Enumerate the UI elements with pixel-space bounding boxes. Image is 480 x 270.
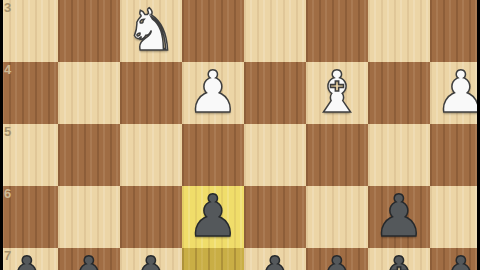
square-d5[interactable] [244, 124, 306, 186]
square-c3[interactable] [306, 0, 368, 62]
square-c4[interactable]: ♝ [306, 62, 368, 124]
piece-black-pawn-b6[interactable]: ♟ [368, 186, 430, 248]
piece-black-pawn-e6[interactable]: ♟ [182, 186, 244, 248]
square-e3[interactable] [182, 0, 244, 62]
square-b4[interactable] [368, 62, 430, 124]
square-a4[interactable]: ♟ [430, 62, 480, 124]
square-d3[interactable] [244, 0, 306, 62]
square-d6[interactable] [244, 186, 306, 248]
square-e6[interactable]: ♟ [182, 186, 244, 248]
square-h6[interactable]: 6 [0, 186, 58, 248]
piece-white-pawn-a4[interactable]: ♟ [430, 62, 480, 124]
piece-white-bishop-c4[interactable]: ♝ [306, 62, 368, 124]
piece-black-pawn-c7[interactable]: ♟ [306, 248, 368, 270]
square-g5[interactable] [58, 124, 120, 186]
piece-black-bishop-b7[interactable]: ♝ [368, 248, 430, 270]
square-b7[interactable]: ♝ [368, 248, 430, 270]
square-c5[interactable] [306, 124, 368, 186]
square-b3[interactable] [368, 0, 430, 62]
square-h5[interactable]: 5 [0, 124, 58, 186]
square-f5[interactable] [120, 124, 182, 186]
square-a7[interactable]: ♟ [430, 248, 480, 270]
square-g6[interactable] [58, 186, 120, 248]
square-h3[interactable]: 3 [0, 0, 58, 62]
square-d4[interactable] [244, 62, 306, 124]
square-e4[interactable]: ♟ [182, 62, 244, 124]
piece-black-pawn-h7[interactable]: ♟ [0, 248, 58, 270]
square-h7[interactable]: 7♟ [0, 248, 58, 270]
square-f6[interactable] [120, 186, 182, 248]
square-b6[interactable]: ♟ [368, 186, 430, 248]
square-d7[interactable]: ♟ [244, 248, 306, 270]
square-f7[interactable]: ♟ [120, 248, 182, 270]
square-c7[interactable]: ♟ [306, 248, 368, 270]
square-e7[interactable] [182, 248, 244, 270]
square-a6[interactable] [430, 186, 480, 248]
square-c6[interactable] [306, 186, 368, 248]
square-g3[interactable] [58, 0, 120, 62]
square-a3[interactable] [430, 0, 480, 62]
piece-black-pawn-d7[interactable]: ♟ [244, 248, 306, 270]
square-g4[interactable] [58, 62, 120, 124]
letterbox-bar-left [0, 0, 3, 270]
piece-black-pawn-g7[interactable]: ♟ [58, 248, 120, 270]
square-f3[interactable]: ♞ [120, 0, 182, 62]
square-e5[interactable] [182, 124, 244, 186]
square-b5[interactable] [368, 124, 430, 186]
piece-white-knight-f3[interactable]: ♞ [120, 0, 182, 62]
piece-white-pawn-e4[interactable]: ♟ [182, 62, 244, 124]
rank-label-4: 4 [4, 63, 11, 77]
chess-board[interactable]: 3♞4♟♝♟56♟♟7♟♟♟♟♟♝♟ [0, 0, 480, 270]
square-g7[interactable]: ♟ [58, 248, 120, 270]
rank-label-3: 3 [4, 1, 11, 15]
rank-label-5: 5 [4, 125, 11, 139]
square-a5[interactable] [430, 124, 480, 186]
piece-black-pawn-a7[interactable]: ♟ [430, 248, 480, 270]
square-h4[interactable]: 4 [0, 62, 58, 124]
square-f4[interactable] [120, 62, 182, 124]
rank-label-6: 6 [4, 187, 11, 201]
piece-black-pawn-f7[interactable]: ♟ [120, 248, 182, 270]
